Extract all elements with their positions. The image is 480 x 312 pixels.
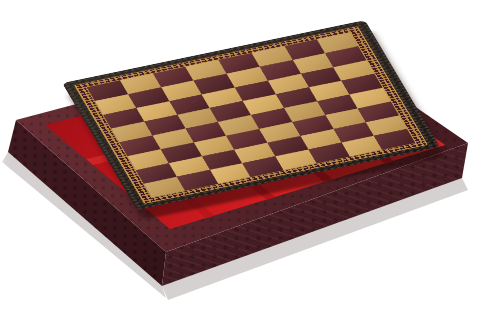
product-photo-scene	[0, 0, 480, 312]
